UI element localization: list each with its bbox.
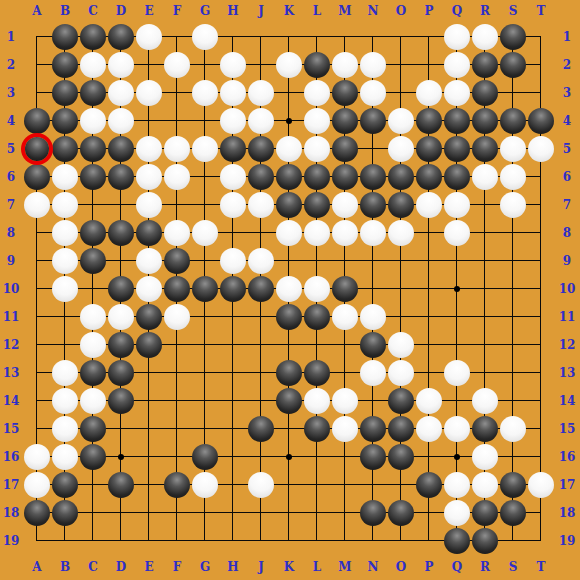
- board-point-M6[interactable]: [331, 163, 359, 191]
- board-point-O17[interactable]: [387, 471, 415, 499]
- board-point-J9[interactable]: [247, 247, 275, 275]
- board-point-E11[interactable]: [135, 303, 163, 331]
- board-point-C17[interactable]: [79, 471, 107, 499]
- board-point-A1[interactable]: [23, 23, 51, 51]
- board-point-L6[interactable]: [303, 163, 331, 191]
- board-point-D1[interactable]: [107, 23, 135, 51]
- board-point-O8[interactable]: [387, 219, 415, 247]
- board-point-K14[interactable]: [275, 387, 303, 415]
- board-point-T19[interactable]: [527, 527, 555, 555]
- board-point-A3[interactable]: [23, 79, 51, 107]
- board-point-E3[interactable]: [135, 79, 163, 107]
- board-point-P4[interactable]: [415, 107, 443, 135]
- board-point-K13[interactable]: [275, 359, 303, 387]
- board-point-M3[interactable]: [331, 79, 359, 107]
- board-point-Q9[interactable]: [443, 247, 471, 275]
- board-point-E16[interactable]: [135, 443, 163, 471]
- board-point-K8[interactable]: [275, 219, 303, 247]
- board-point-E13[interactable]: [135, 359, 163, 387]
- board-point-P17[interactable]: [415, 471, 443, 499]
- board-point-S5[interactable]: [499, 135, 527, 163]
- board-point-B10[interactable]: [51, 275, 79, 303]
- board-point-A4[interactable]: [23, 107, 51, 135]
- board-point-N12[interactable]: [359, 331, 387, 359]
- board-point-B19[interactable]: [51, 527, 79, 555]
- board-point-J11[interactable]: [247, 303, 275, 331]
- board-point-Q18[interactable]: [443, 499, 471, 527]
- board-point-A14[interactable]: [23, 387, 51, 415]
- board-point-N15[interactable]: [359, 415, 387, 443]
- board-point-M19[interactable]: [331, 527, 359, 555]
- board-point-K17[interactable]: [275, 471, 303, 499]
- board-point-K3[interactable]: [275, 79, 303, 107]
- board-point-N6[interactable]: [359, 163, 387, 191]
- board-point-R7[interactable]: [471, 191, 499, 219]
- board-point-G5[interactable]: [191, 135, 219, 163]
- board-point-P12[interactable]: [415, 331, 443, 359]
- board-point-T3[interactable]: [527, 79, 555, 107]
- board-point-P9[interactable]: [415, 247, 443, 275]
- board-point-A11[interactable]: [23, 303, 51, 331]
- board-point-J4[interactable]: [247, 107, 275, 135]
- board-point-C18[interactable]: [79, 499, 107, 527]
- board-point-E1[interactable]: [135, 23, 163, 51]
- board-point-A2[interactable]: [23, 51, 51, 79]
- board-point-F17[interactable]: [163, 471, 191, 499]
- board-point-S4[interactable]: [499, 107, 527, 135]
- board-point-L3[interactable]: [303, 79, 331, 107]
- board-point-G16[interactable]: [191, 443, 219, 471]
- board-point-B2[interactable]: [51, 51, 79, 79]
- board-point-C4[interactable]: [79, 107, 107, 135]
- board-point-G2[interactable]: [191, 51, 219, 79]
- board-point-T11[interactable]: [527, 303, 555, 331]
- board-point-B14[interactable]: [51, 387, 79, 415]
- board-point-G3[interactable]: [191, 79, 219, 107]
- board-point-C12[interactable]: [79, 331, 107, 359]
- board-point-R4[interactable]: [471, 107, 499, 135]
- board-point-Q8[interactable]: [443, 219, 471, 247]
- board-point-G4[interactable]: [191, 107, 219, 135]
- board-point-C11[interactable]: [79, 303, 107, 331]
- board-point-A7[interactable]: [23, 191, 51, 219]
- board-point-P1[interactable]: [415, 23, 443, 51]
- board-point-G15[interactable]: [191, 415, 219, 443]
- board-point-Q4[interactable]: [443, 107, 471, 135]
- board-point-C2[interactable]: [79, 51, 107, 79]
- board-point-Q6[interactable]: [443, 163, 471, 191]
- board-point-H15[interactable]: [219, 415, 247, 443]
- board-point-T18[interactable]: [527, 499, 555, 527]
- board-point-N3[interactable]: [359, 79, 387, 107]
- board-point-M1[interactable]: [331, 23, 359, 51]
- board-point-G9[interactable]: [191, 247, 219, 275]
- board-point-C15[interactable]: [79, 415, 107, 443]
- board-point-T9[interactable]: [527, 247, 555, 275]
- board-point-F16[interactable]: [163, 443, 191, 471]
- board-point-F5[interactable]: [163, 135, 191, 163]
- board-point-L1[interactable]: [303, 23, 331, 51]
- board-point-M4[interactable]: [331, 107, 359, 135]
- board-point-Q17[interactable]: [443, 471, 471, 499]
- board-point-H8[interactable]: [219, 219, 247, 247]
- board-point-P8[interactable]: [415, 219, 443, 247]
- board-point-N19[interactable]: [359, 527, 387, 555]
- board-point-R16[interactable]: [471, 443, 499, 471]
- board-point-R8[interactable]: [471, 219, 499, 247]
- board-point-C14[interactable]: [79, 387, 107, 415]
- board-point-M9[interactable]: [331, 247, 359, 275]
- board-point-F4[interactable]: [163, 107, 191, 135]
- board-point-H19[interactable]: [219, 527, 247, 555]
- board-point-F2[interactable]: [163, 51, 191, 79]
- board-point-K4[interactable]: [275, 107, 303, 135]
- board-point-H3[interactable]: [219, 79, 247, 107]
- board-point-L15[interactable]: [303, 415, 331, 443]
- board-point-H9[interactable]: [219, 247, 247, 275]
- board-point-B18[interactable]: [51, 499, 79, 527]
- board-point-P13[interactable]: [415, 359, 443, 387]
- board-point-A16[interactable]: [23, 443, 51, 471]
- board-point-O9[interactable]: [387, 247, 415, 275]
- board-point-P3[interactable]: [415, 79, 443, 107]
- board-point-G12[interactable]: [191, 331, 219, 359]
- board-point-J8[interactable]: [247, 219, 275, 247]
- board-point-M11[interactable]: [331, 303, 359, 331]
- board-point-O1[interactable]: [387, 23, 415, 51]
- board-point-H2[interactable]: [219, 51, 247, 79]
- board-point-Q12[interactable]: [443, 331, 471, 359]
- board-point-J6[interactable]: [247, 163, 275, 191]
- board-point-T5[interactable]: [527, 135, 555, 163]
- board-point-C9[interactable]: [79, 247, 107, 275]
- board-point-G13[interactable]: [191, 359, 219, 387]
- board-point-N10[interactable]: [359, 275, 387, 303]
- board-point-Q3[interactable]: [443, 79, 471, 107]
- board-point-E7[interactable]: [135, 191, 163, 219]
- board-point-R3[interactable]: [471, 79, 499, 107]
- board-point-F7[interactable]: [163, 191, 191, 219]
- board-point-P15[interactable]: [415, 415, 443, 443]
- board-point-D18[interactable]: [107, 499, 135, 527]
- board-point-M5[interactable]: [331, 135, 359, 163]
- board-point-B16[interactable]: [51, 443, 79, 471]
- board-point-B17[interactable]: [51, 471, 79, 499]
- board-point-S11[interactable]: [499, 303, 527, 331]
- board-point-D3[interactable]: [107, 79, 135, 107]
- board-point-M17[interactable]: [331, 471, 359, 499]
- board-point-T8[interactable]: [527, 219, 555, 247]
- board-point-R12[interactable]: [471, 331, 499, 359]
- board-point-B8[interactable]: [51, 219, 79, 247]
- board-point-O12[interactable]: [387, 331, 415, 359]
- board-point-L4[interactable]: [303, 107, 331, 135]
- board-point-E4[interactable]: [135, 107, 163, 135]
- board-point-H10[interactable]: [219, 275, 247, 303]
- board-point-C10[interactable]: [79, 275, 107, 303]
- board-point-O10[interactable]: [387, 275, 415, 303]
- board-point-H1[interactable]: [219, 23, 247, 51]
- board-point-L5[interactable]: [303, 135, 331, 163]
- board-point-F8[interactable]: [163, 219, 191, 247]
- board-point-F11[interactable]: [163, 303, 191, 331]
- board-point-D17[interactable]: [107, 471, 135, 499]
- board-point-J19[interactable]: [247, 527, 275, 555]
- board-point-L16[interactable]: [303, 443, 331, 471]
- board-point-Q7[interactable]: [443, 191, 471, 219]
- board-point-Q5[interactable]: [443, 135, 471, 163]
- board-point-S13[interactable]: [499, 359, 527, 387]
- board-point-Q15[interactable]: [443, 415, 471, 443]
- board-point-N9[interactable]: [359, 247, 387, 275]
- board-point-J2[interactable]: [247, 51, 275, 79]
- board-point-G1[interactable]: [191, 23, 219, 51]
- board-point-J7[interactable]: [247, 191, 275, 219]
- board-point-E18[interactable]: [135, 499, 163, 527]
- board-point-S10[interactable]: [499, 275, 527, 303]
- board-point-M12[interactable]: [331, 331, 359, 359]
- board-point-N18[interactable]: [359, 499, 387, 527]
- board-point-H17[interactable]: [219, 471, 247, 499]
- board-point-G10[interactable]: [191, 275, 219, 303]
- board-point-Q16[interactable]: [443, 443, 471, 471]
- board-point-B13[interactable]: [51, 359, 79, 387]
- board-point-K9[interactable]: [275, 247, 303, 275]
- board-point-T6[interactable]: [527, 163, 555, 191]
- board-point-D4[interactable]: [107, 107, 135, 135]
- board-point-D16[interactable]: [107, 443, 135, 471]
- board-point-B15[interactable]: [51, 415, 79, 443]
- board-point-S12[interactable]: [499, 331, 527, 359]
- board-point-H18[interactable]: [219, 499, 247, 527]
- board-point-R14[interactable]: [471, 387, 499, 415]
- board-point-N14[interactable]: [359, 387, 387, 415]
- board-point-N13[interactable]: [359, 359, 387, 387]
- board-point-L19[interactable]: [303, 527, 331, 555]
- board-point-T16[interactable]: [527, 443, 555, 471]
- board-point-B3[interactable]: [51, 79, 79, 107]
- board-point-P18[interactable]: [415, 499, 443, 527]
- board-point-O16[interactable]: [387, 443, 415, 471]
- board-point-P2[interactable]: [415, 51, 443, 79]
- board-point-N8[interactable]: [359, 219, 387, 247]
- board-point-G19[interactable]: [191, 527, 219, 555]
- board-point-M2[interactable]: [331, 51, 359, 79]
- board-point-P16[interactable]: [415, 443, 443, 471]
- board-point-M10[interactable]: [331, 275, 359, 303]
- board-point-T7[interactable]: [527, 191, 555, 219]
- board-point-S14[interactable]: [499, 387, 527, 415]
- board-point-N2[interactable]: [359, 51, 387, 79]
- board-point-S18[interactable]: [499, 499, 527, 527]
- board-point-A6[interactable]: [23, 163, 51, 191]
- board-point-R17[interactable]: [471, 471, 499, 499]
- board-point-A13[interactable]: [23, 359, 51, 387]
- board-point-N16[interactable]: [359, 443, 387, 471]
- board-point-R19[interactable]: [471, 527, 499, 555]
- board-point-B12[interactable]: [51, 331, 79, 359]
- board-point-L10[interactable]: [303, 275, 331, 303]
- board-point-H4[interactable]: [219, 107, 247, 135]
- board-point-O11[interactable]: [387, 303, 415, 331]
- board-point-F18[interactable]: [163, 499, 191, 527]
- board-point-D19[interactable]: [107, 527, 135, 555]
- board-point-T2[interactable]: [527, 51, 555, 79]
- board-point-B1[interactable]: [51, 23, 79, 51]
- board-point-H14[interactable]: [219, 387, 247, 415]
- board-point-H16[interactable]: [219, 443, 247, 471]
- board-point-E6[interactable]: [135, 163, 163, 191]
- board-point-C19[interactable]: [79, 527, 107, 555]
- board-point-O19[interactable]: [387, 527, 415, 555]
- board-point-J17[interactable]: [247, 471, 275, 499]
- board-point-R15[interactable]: [471, 415, 499, 443]
- board-point-N4[interactable]: [359, 107, 387, 135]
- board-point-R18[interactable]: [471, 499, 499, 527]
- board-point-G8[interactable]: [191, 219, 219, 247]
- board-point-C13[interactable]: [79, 359, 107, 387]
- board-point-F6[interactable]: [163, 163, 191, 191]
- board-point-B7[interactable]: [51, 191, 79, 219]
- board-point-E14[interactable]: [135, 387, 163, 415]
- board-point-T13[interactable]: [527, 359, 555, 387]
- board-point-D10[interactable]: [107, 275, 135, 303]
- board-point-A10[interactable]: [23, 275, 51, 303]
- board-point-B5[interactable]: [51, 135, 79, 163]
- board-point-L8[interactable]: [303, 219, 331, 247]
- board-point-A18[interactable]: [23, 499, 51, 527]
- board-point-D15[interactable]: [107, 415, 135, 443]
- board-point-J18[interactable]: [247, 499, 275, 527]
- board-point-R10[interactable]: [471, 275, 499, 303]
- board-point-E10[interactable]: [135, 275, 163, 303]
- board-point-D5[interactable]: [107, 135, 135, 163]
- board-point-T17[interactable]: [527, 471, 555, 499]
- board-point-G7[interactable]: [191, 191, 219, 219]
- board-point-F13[interactable]: [163, 359, 191, 387]
- board-point-L14[interactable]: [303, 387, 331, 415]
- board-point-L17[interactable]: [303, 471, 331, 499]
- board-point-C1[interactable]: [79, 23, 107, 51]
- board-point-J16[interactable]: [247, 443, 275, 471]
- board-point-D2[interactable]: [107, 51, 135, 79]
- board-point-J1[interactable]: [247, 23, 275, 51]
- board-point-F19[interactable]: [163, 527, 191, 555]
- board-point-S3[interactable]: [499, 79, 527, 107]
- board-point-C8[interactable]: [79, 219, 107, 247]
- board-point-M15[interactable]: [331, 415, 359, 443]
- board-point-J12[interactable]: [247, 331, 275, 359]
- board-point-E12[interactable]: [135, 331, 163, 359]
- board-point-E8[interactable]: [135, 219, 163, 247]
- board-point-D6[interactable]: [107, 163, 135, 191]
- board-point-F10[interactable]: [163, 275, 191, 303]
- board-point-K1[interactable]: [275, 23, 303, 51]
- board-point-L12[interactable]: [303, 331, 331, 359]
- board-point-Q19[interactable]: [443, 527, 471, 555]
- board-point-Q14[interactable]: [443, 387, 471, 415]
- board-point-L9[interactable]: [303, 247, 331, 275]
- board-point-P5[interactable]: [415, 135, 443, 163]
- board-point-B4[interactable]: [51, 107, 79, 135]
- board-point-S9[interactable]: [499, 247, 527, 275]
- board-point-K5[interactable]: [275, 135, 303, 163]
- board-point-D14[interactable]: [107, 387, 135, 415]
- board-point-O5[interactable]: [387, 135, 415, 163]
- board-point-M8[interactable]: [331, 219, 359, 247]
- board-point-K2[interactable]: [275, 51, 303, 79]
- board-point-D12[interactable]: [107, 331, 135, 359]
- board-point-G18[interactable]: [191, 499, 219, 527]
- board-point-A9[interactable]: [23, 247, 51, 275]
- board-point-A19[interactable]: [23, 527, 51, 555]
- board-point-C3[interactable]: [79, 79, 107, 107]
- board-point-H5[interactable]: [219, 135, 247, 163]
- board-point-S8[interactable]: [499, 219, 527, 247]
- board-point-K7[interactable]: [275, 191, 303, 219]
- board-point-H11[interactable]: [219, 303, 247, 331]
- board-point-S2[interactable]: [499, 51, 527, 79]
- board-point-R6[interactable]: [471, 163, 499, 191]
- board-point-R1[interactable]: [471, 23, 499, 51]
- board-point-D8[interactable]: [107, 219, 135, 247]
- board-point-O3[interactable]: [387, 79, 415, 107]
- board-point-C6[interactable]: [79, 163, 107, 191]
- board-point-J14[interactable]: [247, 387, 275, 415]
- board-point-S17[interactable]: [499, 471, 527, 499]
- board-point-D11[interactable]: [107, 303, 135, 331]
- board-point-R13[interactable]: [471, 359, 499, 387]
- board-point-D13[interactable]: [107, 359, 135, 387]
- board-point-E5[interactable]: [135, 135, 163, 163]
- board-point-P6[interactable]: [415, 163, 443, 191]
- board-point-O7[interactable]: [387, 191, 415, 219]
- board-point-L7[interactable]: [303, 191, 331, 219]
- board-point-H13[interactable]: [219, 359, 247, 387]
- board-point-A15[interactable]: [23, 415, 51, 443]
- board-point-N5[interactable]: [359, 135, 387, 163]
- board-point-H12[interactable]: [219, 331, 247, 359]
- board-point-J10[interactable]: [247, 275, 275, 303]
- board-point-R5[interactable]: [471, 135, 499, 163]
- board-point-K12[interactable]: [275, 331, 303, 359]
- board-point-R11[interactable]: [471, 303, 499, 331]
- board-point-Q2[interactable]: [443, 51, 471, 79]
- board-point-K16[interactable]: [275, 443, 303, 471]
- board-point-T15[interactable]: [527, 415, 555, 443]
- board-point-C5[interactable]: [79, 135, 107, 163]
- board-point-F15[interactable]: [163, 415, 191, 443]
- board-point-M16[interactable]: [331, 443, 359, 471]
- board-point-J13[interactable]: [247, 359, 275, 387]
- board-point-N11[interactable]: [359, 303, 387, 331]
- board-point-P10[interactable]: [415, 275, 443, 303]
- board-point-L13[interactable]: [303, 359, 331, 387]
- board-point-R2[interactable]: [471, 51, 499, 79]
- board-point-L11[interactable]: [303, 303, 331, 331]
- board-point-S16[interactable]: [499, 443, 527, 471]
- board-point-A5[interactable]: [23, 135, 51, 163]
- board-point-T4[interactable]: [527, 107, 555, 135]
- board-point-O14[interactable]: [387, 387, 415, 415]
- board-point-M7[interactable]: [331, 191, 359, 219]
- board-point-T12[interactable]: [527, 331, 555, 359]
- board-point-J3[interactable]: [247, 79, 275, 107]
- board-point-D7[interactable]: [107, 191, 135, 219]
- board-point-G17[interactable]: [191, 471, 219, 499]
- board-point-P11[interactable]: [415, 303, 443, 331]
- board-point-K19[interactable]: [275, 527, 303, 555]
